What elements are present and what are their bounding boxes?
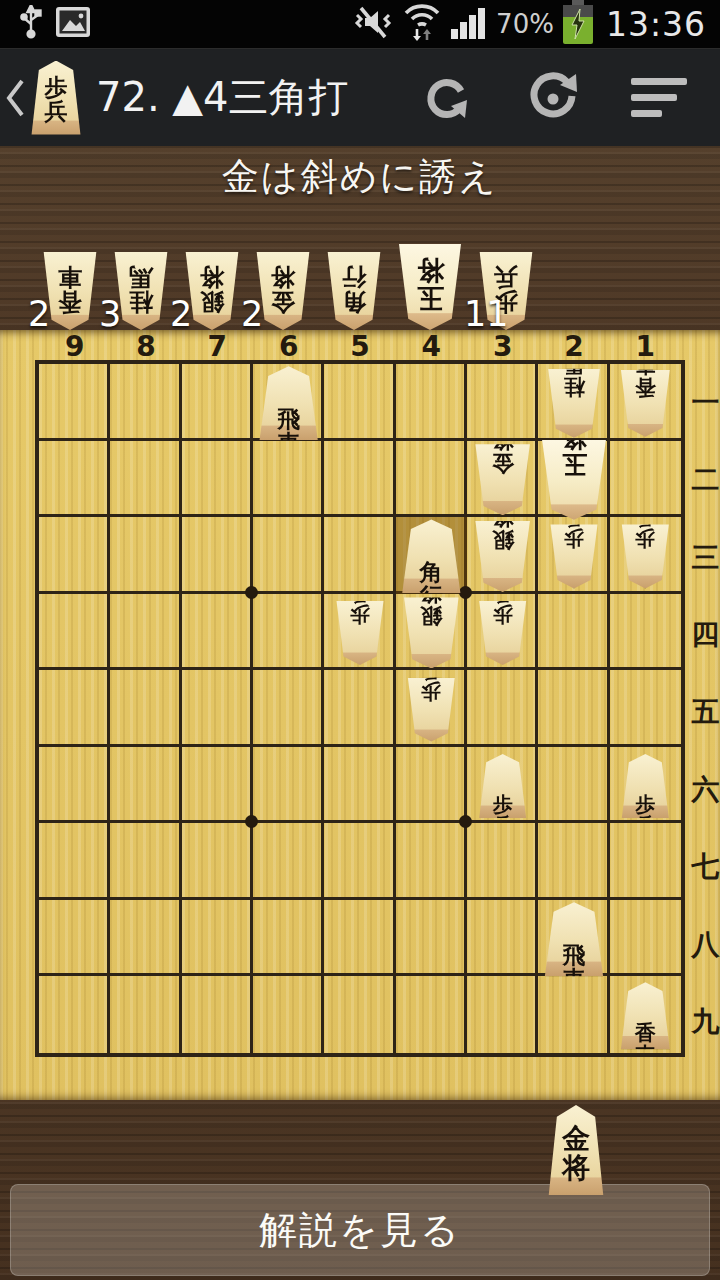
board-cell	[182, 441, 253, 518]
file-label: 7	[182, 330, 253, 362]
shogi-piece-桂馬-gote: 桂馬	[113, 252, 169, 330]
rank-label: 九	[691, 984, 720, 1061]
shogi-piece-歩兵-sente: 歩兵	[30, 61, 82, 135]
sente-hand-tray: 金将	[547, 1105, 605, 1195]
board-cell	[324, 823, 395, 900]
status-right-icons: 70% 13:36	[353, 0, 720, 48]
board-cell	[39, 670, 110, 747]
board-cell	[253, 594, 324, 671]
hand-piece-count: 2	[28, 294, 50, 334]
file-label: 6	[253, 330, 324, 362]
menu-button[interactable]	[630, 66, 688, 130]
rank-label: 一	[691, 364, 720, 441]
file-label: 4	[396, 330, 467, 362]
board-cell	[253, 823, 324, 900]
hand-slot: 玉将	[397, 244, 463, 330]
board-cell	[39, 900, 110, 977]
board-cell	[610, 823, 681, 900]
board-cell	[39, 976, 110, 1053]
board-cell	[396, 441, 467, 518]
view-commentary-button[interactable]: 解説を見る	[10, 1184, 710, 1276]
shogi-piece-金将-sente: 金将	[547, 1105, 605, 1195]
board-cell	[538, 670, 609, 747]
board-cell	[110, 441, 181, 518]
shogi-piece-香車-gote: 香車	[42, 252, 98, 330]
menu-icon	[631, 78, 687, 117]
board-cell	[396, 976, 467, 1053]
hand-slot: 銀将2	[184, 252, 240, 330]
board-cell	[253, 900, 324, 977]
star-point	[459, 586, 472, 599]
hand-piece-count: 2	[241, 294, 263, 334]
mute-vibrate-icon	[353, 4, 393, 44]
board-cell	[182, 364, 253, 441]
board-cell	[182, 976, 253, 1053]
kifu-toolbar: 歩兵 72. ▲4三角打	[0, 48, 720, 146]
board-cell	[110, 747, 181, 824]
board-cell	[253, 976, 324, 1053]
board-cell	[324, 747, 395, 824]
board-cell	[324, 900, 395, 977]
board-cell	[396, 823, 467, 900]
hand-slot: 角行	[326, 252, 382, 330]
hand-piece-count: 11	[464, 294, 509, 334]
board-cell	[110, 900, 181, 977]
rank-label: 四	[691, 596, 720, 673]
board-cell	[324, 441, 395, 518]
file-coordinates: 987654321	[39, 330, 681, 362]
file-label: 2	[538, 330, 609, 362]
rank-label: 二	[691, 441, 720, 518]
gallery-icon	[56, 7, 90, 41]
hand-piece-count: 3	[99, 294, 121, 334]
board-cell	[396, 364, 467, 441]
board-cell	[610, 594, 681, 671]
file-label: 5	[324, 330, 395, 362]
board-cell	[467, 670, 538, 747]
board-cell	[39, 747, 110, 824]
kifu-piece-icon: 歩兵	[30, 61, 82, 135]
board-cell	[253, 747, 324, 824]
shogi-piece-銀将-gote: 銀将	[184, 252, 240, 330]
board-cell	[182, 670, 253, 747]
file-label: 9	[39, 330, 110, 362]
board-cell	[396, 747, 467, 824]
shogi-piece-金将-gote: 金将	[255, 252, 311, 330]
board-cell	[538, 823, 609, 900]
battery-charging-icon	[563, 0, 593, 48]
undo-button[interactable]	[418, 66, 476, 130]
board-cell	[110, 670, 181, 747]
status-bar: 70% 13:36	[0, 0, 720, 48]
board-cell	[110, 364, 181, 441]
file-label: 1	[610, 330, 681, 362]
file-label: 3	[467, 330, 538, 362]
shogi-board: 飛車桂馬香車金将玉将角行銀将歩兵歩兵歩兵銀将歩兵歩兵歩兵歩兵飛車香車	[35, 360, 685, 1057]
board-cell	[467, 900, 538, 977]
move-label: 72. ▲4三角打	[96, 70, 349, 125]
hand-slot: 桂馬3	[113, 252, 169, 330]
board-cell	[610, 900, 681, 977]
shogi-board-panel: 987654321 一二三四五六七八九 飛車桂馬香車金将玉将角行銀将歩兵歩兵歩兵…	[0, 330, 720, 1100]
rank-label: 八	[691, 906, 720, 983]
board-cell	[182, 517, 253, 594]
redo-button[interactable]	[524, 66, 582, 130]
board-cell	[182, 823, 253, 900]
hand-slot: 香車2	[42, 252, 98, 330]
back-button[interactable]	[0, 62, 30, 134]
board-cell	[253, 517, 324, 594]
board-cell	[610, 670, 681, 747]
board-cell	[110, 823, 181, 900]
rank-coordinates: 一二三四五六七八九	[691, 364, 720, 1061]
board-cell	[538, 747, 609, 824]
board-cell	[538, 594, 609, 671]
board-cell	[610, 441, 681, 518]
board-cell	[467, 364, 538, 441]
proverb-title: 金は斜めに誘え	[0, 152, 720, 202]
battery-percent: 70%	[496, 9, 554, 39]
board-cell	[182, 594, 253, 671]
board-cell	[253, 441, 324, 518]
star-point	[245, 586, 258, 599]
hand-slot: 金将2	[255, 252, 311, 330]
board-cell	[538, 976, 609, 1053]
wifi-icon	[402, 3, 442, 45]
hand-slot: 歩兵11	[478, 252, 534, 330]
clock: 13:36	[606, 5, 712, 44]
usb-icon	[20, 5, 42, 43]
gote-hand-tray: 香車2桂馬3銀将2金将2角行玉将歩兵11	[42, 244, 534, 330]
board-cell	[253, 670, 324, 747]
shogi-piece-角行-gote: 角行	[326, 252, 382, 330]
board-cell	[467, 976, 538, 1053]
rank-label: 三	[691, 519, 720, 596]
status-left-icons	[0, 5, 90, 43]
phone-screen: 70% 13:36 歩兵 72. ▲4三角打	[0, 0, 720, 1280]
signal-icon	[451, 5, 487, 43]
board-cell	[39, 517, 110, 594]
board-cell	[324, 976, 395, 1053]
board-cell	[324, 517, 395, 594]
hand-piece-count: 2	[170, 294, 192, 334]
board-cell	[467, 823, 538, 900]
board-cell	[182, 900, 253, 977]
board-cell	[182, 747, 253, 824]
rank-label: 七	[691, 829, 720, 906]
board-cell	[324, 670, 395, 747]
board-cell	[39, 364, 110, 441]
board-cell	[110, 594, 181, 671]
rank-label: 六	[691, 751, 720, 828]
board-cell	[110, 976, 181, 1053]
board-cell	[39, 823, 110, 900]
board-cell	[39, 441, 110, 518]
board-cell	[324, 364, 395, 441]
board-cell	[396, 900, 467, 977]
rank-label: 五	[691, 674, 720, 751]
file-label: 8	[110, 330, 181, 362]
board-cell	[110, 517, 181, 594]
shogi-piece-玉将-gote: 玉将	[397, 244, 463, 330]
board-cell	[39, 594, 110, 671]
